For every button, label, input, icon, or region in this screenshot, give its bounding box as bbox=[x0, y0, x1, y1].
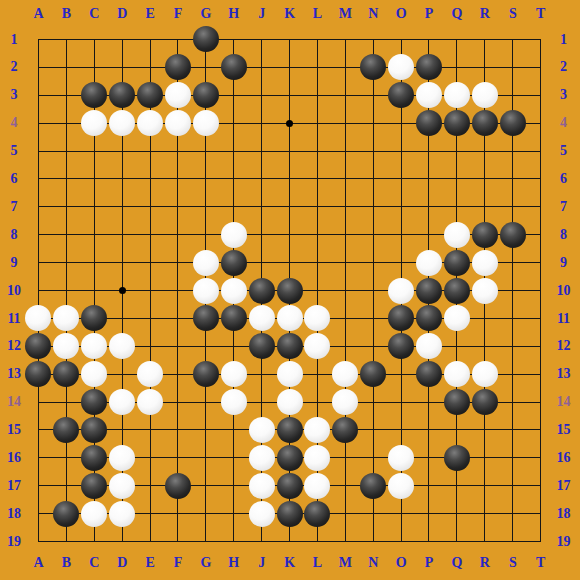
intersection-A11[interactable] bbox=[25, 304, 53, 332]
intersection-H7[interactable] bbox=[220, 193, 248, 221]
intersection-A14[interactable] bbox=[25, 388, 53, 416]
intersection-T14[interactable] bbox=[527, 388, 555, 416]
intersection-F12[interactable] bbox=[164, 332, 192, 360]
intersection-B9[interactable] bbox=[52, 249, 80, 277]
intersection-D9[interactable] bbox=[108, 249, 136, 277]
intersection-M12[interactable] bbox=[331, 332, 359, 360]
intersection-O9[interactable] bbox=[387, 249, 415, 277]
intersection-B5[interactable] bbox=[52, 137, 80, 165]
intersection-R3[interactable] bbox=[471, 81, 499, 109]
intersection-D4[interactable] bbox=[108, 109, 136, 137]
intersection-M18[interactable] bbox=[331, 500, 359, 528]
intersection-M11[interactable] bbox=[331, 304, 359, 332]
intersection-M7[interactable] bbox=[331, 193, 359, 221]
intersection-O19[interactable] bbox=[387, 528, 415, 556]
intersection-R7[interactable] bbox=[471, 193, 499, 221]
intersection-M19[interactable] bbox=[331, 528, 359, 556]
intersection-K11[interactable] bbox=[276, 304, 304, 332]
intersection-N15[interactable] bbox=[359, 416, 387, 444]
intersection-M17[interactable] bbox=[331, 472, 359, 500]
intersection-E13[interactable] bbox=[136, 360, 164, 388]
intersection-R11[interactable] bbox=[471, 304, 499, 332]
intersection-E2[interactable] bbox=[136, 53, 164, 81]
intersection-C12[interactable] bbox=[80, 332, 108, 360]
intersection-T13[interactable] bbox=[527, 360, 555, 388]
intersection-O14[interactable] bbox=[387, 388, 415, 416]
intersection-M1[interactable] bbox=[331, 26, 359, 54]
intersection-T12[interactable] bbox=[527, 332, 555, 360]
intersection-P8[interactable] bbox=[415, 221, 443, 249]
intersection-G17[interactable] bbox=[192, 472, 220, 500]
intersection-E17[interactable] bbox=[136, 472, 164, 500]
intersection-G3[interactable] bbox=[192, 81, 220, 109]
intersection-N6[interactable] bbox=[359, 165, 387, 193]
intersection-E12[interactable] bbox=[136, 332, 164, 360]
intersection-H10[interactable] bbox=[220, 277, 248, 305]
intersection-R15[interactable] bbox=[471, 416, 499, 444]
intersection-P5[interactable] bbox=[415, 137, 443, 165]
intersection-P10[interactable] bbox=[415, 277, 443, 305]
intersection-E18[interactable] bbox=[136, 500, 164, 528]
intersection-K10[interactable] bbox=[276, 277, 304, 305]
intersection-E7[interactable] bbox=[136, 193, 164, 221]
intersection-D14[interactable] bbox=[108, 388, 136, 416]
intersection-G14[interactable] bbox=[192, 388, 220, 416]
intersection-P13[interactable] bbox=[415, 360, 443, 388]
intersection-C7[interactable] bbox=[80, 193, 108, 221]
intersection-H18[interactable] bbox=[220, 500, 248, 528]
intersection-G1[interactable] bbox=[192, 26, 220, 54]
intersection-A7[interactable] bbox=[25, 193, 53, 221]
intersection-F9[interactable] bbox=[164, 249, 192, 277]
intersection-C17[interactable] bbox=[80, 472, 108, 500]
intersection-R16[interactable] bbox=[471, 444, 499, 472]
intersection-A10[interactable] bbox=[25, 277, 53, 305]
intersection-R5[interactable] bbox=[471, 137, 499, 165]
intersection-N5[interactable] bbox=[359, 137, 387, 165]
intersection-T19[interactable] bbox=[527, 528, 555, 556]
intersection-F17[interactable] bbox=[164, 472, 192, 500]
intersection-G11[interactable] bbox=[192, 304, 220, 332]
intersection-E16[interactable] bbox=[136, 444, 164, 472]
intersection-E9[interactable] bbox=[136, 249, 164, 277]
intersection-P11[interactable] bbox=[415, 304, 443, 332]
intersection-O11[interactable] bbox=[387, 304, 415, 332]
intersection-G15[interactable] bbox=[192, 416, 220, 444]
intersection-S2[interactable] bbox=[499, 53, 527, 81]
intersection-E4[interactable] bbox=[136, 109, 164, 137]
intersection-K9[interactable] bbox=[276, 249, 304, 277]
intersection-P4[interactable] bbox=[415, 109, 443, 137]
intersection-R2[interactable] bbox=[471, 53, 499, 81]
intersection-E3[interactable] bbox=[136, 81, 164, 109]
intersection-T15[interactable] bbox=[527, 416, 555, 444]
intersection-R18[interactable] bbox=[471, 500, 499, 528]
intersection-F10[interactable] bbox=[164, 277, 192, 305]
intersection-D13[interactable] bbox=[108, 360, 136, 388]
intersection-D1[interactable] bbox=[108, 26, 136, 54]
intersection-F16[interactable] bbox=[164, 444, 192, 472]
intersection-M13[interactable] bbox=[331, 360, 359, 388]
intersection-K1[interactable] bbox=[276, 26, 304, 54]
intersection-T16[interactable] bbox=[527, 444, 555, 472]
intersection-D17[interactable] bbox=[108, 472, 136, 500]
intersection-K6[interactable] bbox=[276, 165, 304, 193]
intersection-O5[interactable] bbox=[387, 137, 415, 165]
intersection-Q3[interactable] bbox=[443, 81, 471, 109]
intersection-A13[interactable] bbox=[25, 360, 53, 388]
intersection-Q5[interactable] bbox=[443, 137, 471, 165]
intersection-R12[interactable] bbox=[471, 332, 499, 360]
intersection-O16[interactable] bbox=[387, 444, 415, 472]
intersection-Q12[interactable] bbox=[443, 332, 471, 360]
intersection-N17[interactable] bbox=[359, 472, 387, 500]
intersection-F7[interactable] bbox=[164, 193, 192, 221]
intersection-G12[interactable] bbox=[192, 332, 220, 360]
intersection-L1[interactable] bbox=[303, 26, 331, 54]
intersection-J19[interactable] bbox=[248, 528, 276, 556]
intersection-P18[interactable] bbox=[415, 500, 443, 528]
intersection-K18[interactable] bbox=[276, 500, 304, 528]
intersection-T5[interactable] bbox=[527, 137, 555, 165]
intersection-Q2[interactable] bbox=[443, 53, 471, 81]
intersection-R9[interactable] bbox=[471, 249, 499, 277]
intersection-L2[interactable] bbox=[303, 53, 331, 81]
intersection-L11[interactable] bbox=[303, 304, 331, 332]
intersection-P19[interactable] bbox=[415, 528, 443, 556]
intersection-P15[interactable] bbox=[415, 416, 443, 444]
intersection-D5[interactable] bbox=[108, 137, 136, 165]
intersection-B2[interactable] bbox=[52, 53, 80, 81]
intersection-J16[interactable] bbox=[248, 444, 276, 472]
intersection-C10[interactable] bbox=[80, 277, 108, 305]
intersection-Q10[interactable] bbox=[443, 277, 471, 305]
intersection-A6[interactable] bbox=[25, 165, 53, 193]
intersection-O4[interactable] bbox=[387, 109, 415, 137]
intersection-G6[interactable] bbox=[192, 165, 220, 193]
intersection-A8[interactable] bbox=[25, 221, 53, 249]
intersection-J7[interactable] bbox=[248, 193, 276, 221]
intersection-M16[interactable] bbox=[331, 444, 359, 472]
intersection-R8[interactable] bbox=[471, 221, 499, 249]
intersection-B6[interactable] bbox=[52, 165, 80, 193]
intersection-J8[interactable] bbox=[248, 221, 276, 249]
intersection-B15[interactable] bbox=[52, 416, 80, 444]
intersection-F15[interactable] bbox=[164, 416, 192, 444]
intersection-D3[interactable] bbox=[108, 81, 136, 109]
intersection-J17[interactable] bbox=[248, 472, 276, 500]
intersection-M4[interactable] bbox=[331, 109, 359, 137]
intersection-O15[interactable] bbox=[387, 416, 415, 444]
intersection-H8[interactable] bbox=[220, 221, 248, 249]
intersection-D12[interactable] bbox=[108, 332, 136, 360]
intersection-L14[interactable] bbox=[303, 388, 331, 416]
intersection-K5[interactable] bbox=[276, 137, 304, 165]
intersection-D7[interactable] bbox=[108, 193, 136, 221]
intersection-H13[interactable] bbox=[220, 360, 248, 388]
intersection-C1[interactable] bbox=[80, 26, 108, 54]
intersection-A16[interactable] bbox=[25, 444, 53, 472]
intersection-B1[interactable] bbox=[52, 26, 80, 54]
intersection-B10[interactable] bbox=[52, 277, 80, 305]
intersection-C5[interactable] bbox=[80, 137, 108, 165]
intersection-F3[interactable] bbox=[164, 81, 192, 109]
intersection-R1[interactable] bbox=[471, 26, 499, 54]
intersection-S16[interactable] bbox=[499, 444, 527, 472]
intersection-B19[interactable] bbox=[52, 528, 80, 556]
intersection-J14[interactable] bbox=[248, 388, 276, 416]
intersection-K2[interactable] bbox=[276, 53, 304, 81]
intersection-C19[interactable] bbox=[80, 528, 108, 556]
intersection-D8[interactable] bbox=[108, 221, 136, 249]
intersection-Q6[interactable] bbox=[443, 165, 471, 193]
intersection-E8[interactable] bbox=[136, 221, 164, 249]
intersection-Q13[interactable] bbox=[443, 360, 471, 388]
intersection-A12[interactable] bbox=[25, 332, 53, 360]
intersection-Q15[interactable] bbox=[443, 416, 471, 444]
intersection-L9[interactable] bbox=[303, 249, 331, 277]
intersection-G18[interactable] bbox=[192, 500, 220, 528]
intersection-B13[interactable] bbox=[52, 360, 80, 388]
intersection-S4[interactable] bbox=[499, 109, 527, 137]
intersection-S3[interactable] bbox=[499, 81, 527, 109]
intersection-K4[interactable] bbox=[276, 109, 304, 137]
intersection-B3[interactable] bbox=[52, 81, 80, 109]
intersection-O10[interactable] bbox=[387, 277, 415, 305]
intersection-R10[interactable] bbox=[471, 277, 499, 305]
intersection-D11[interactable] bbox=[108, 304, 136, 332]
intersection-R6[interactable] bbox=[471, 165, 499, 193]
intersection-H3[interactable] bbox=[220, 81, 248, 109]
intersection-L5[interactable] bbox=[303, 137, 331, 165]
intersection-D16[interactable] bbox=[108, 444, 136, 472]
intersection-L18[interactable] bbox=[303, 500, 331, 528]
intersection-F2[interactable] bbox=[164, 53, 192, 81]
intersection-K17[interactable] bbox=[276, 472, 304, 500]
intersection-B17[interactable] bbox=[52, 472, 80, 500]
intersection-N3[interactable] bbox=[359, 81, 387, 109]
intersection-H9[interactable] bbox=[220, 249, 248, 277]
intersection-A3[interactable] bbox=[25, 81, 53, 109]
intersection-C18[interactable] bbox=[80, 500, 108, 528]
intersection-L8[interactable] bbox=[303, 221, 331, 249]
intersection-N14[interactable] bbox=[359, 388, 387, 416]
intersection-S13[interactable] bbox=[499, 360, 527, 388]
intersection-E1[interactable] bbox=[136, 26, 164, 54]
intersection-K3[interactable] bbox=[276, 81, 304, 109]
intersection-L15[interactable] bbox=[303, 416, 331, 444]
intersection-P6[interactable] bbox=[415, 165, 443, 193]
intersection-O2[interactable] bbox=[387, 53, 415, 81]
intersection-G19[interactable] bbox=[192, 528, 220, 556]
intersection-S12[interactable] bbox=[499, 332, 527, 360]
intersection-L10[interactable] bbox=[303, 277, 331, 305]
intersection-N1[interactable] bbox=[359, 26, 387, 54]
intersection-B12[interactable] bbox=[52, 332, 80, 360]
intersection-S17[interactable] bbox=[499, 472, 527, 500]
intersection-S19[interactable] bbox=[499, 528, 527, 556]
intersection-T18[interactable] bbox=[527, 500, 555, 528]
intersection-G7[interactable] bbox=[192, 193, 220, 221]
intersection-H16[interactable] bbox=[220, 444, 248, 472]
intersection-J3[interactable] bbox=[248, 81, 276, 109]
intersection-J6[interactable] bbox=[248, 165, 276, 193]
intersection-P7[interactable] bbox=[415, 193, 443, 221]
intersection-Q1[interactable] bbox=[443, 26, 471, 54]
intersection-H6[interactable] bbox=[220, 165, 248, 193]
intersection-T1[interactable] bbox=[527, 26, 555, 54]
intersection-A19[interactable] bbox=[25, 528, 53, 556]
intersection-Q16[interactable] bbox=[443, 444, 471, 472]
intersection-Q19[interactable] bbox=[443, 528, 471, 556]
intersection-A2[interactable] bbox=[25, 53, 53, 81]
intersection-C16[interactable] bbox=[80, 444, 108, 472]
intersection-J11[interactable] bbox=[248, 304, 276, 332]
intersection-S18[interactable] bbox=[499, 500, 527, 528]
intersection-Q17[interactable] bbox=[443, 472, 471, 500]
intersection-G13[interactable] bbox=[192, 360, 220, 388]
intersection-Q18[interactable] bbox=[443, 500, 471, 528]
intersection-C4[interactable] bbox=[80, 109, 108, 137]
intersection-B7[interactable] bbox=[52, 193, 80, 221]
intersection-O1[interactable] bbox=[387, 26, 415, 54]
intersection-S1[interactable] bbox=[499, 26, 527, 54]
intersection-E11[interactable] bbox=[136, 304, 164, 332]
intersection-F5[interactable] bbox=[164, 137, 192, 165]
intersection-P12[interactable] bbox=[415, 332, 443, 360]
intersection-F18[interactable] bbox=[164, 500, 192, 528]
intersection-N2[interactable] bbox=[359, 53, 387, 81]
intersection-L13[interactable] bbox=[303, 360, 331, 388]
intersection-C11[interactable] bbox=[80, 304, 108, 332]
intersection-M14[interactable] bbox=[331, 388, 359, 416]
intersection-M3[interactable] bbox=[331, 81, 359, 109]
intersection-L19[interactable] bbox=[303, 528, 331, 556]
intersection-O17[interactable] bbox=[387, 472, 415, 500]
intersection-T4[interactable] bbox=[527, 109, 555, 137]
intersection-Q8[interactable] bbox=[443, 221, 471, 249]
intersection-F1[interactable] bbox=[164, 26, 192, 54]
intersection-Q4[interactable] bbox=[443, 109, 471, 137]
intersection-E14[interactable] bbox=[136, 388, 164, 416]
intersection-M5[interactable] bbox=[331, 137, 359, 165]
intersection-G2[interactable] bbox=[192, 53, 220, 81]
intersection-H5[interactable] bbox=[220, 137, 248, 165]
intersection-T10[interactable] bbox=[527, 277, 555, 305]
intersection-D18[interactable] bbox=[108, 500, 136, 528]
intersection-P1[interactable] bbox=[415, 26, 443, 54]
intersection-O8[interactable] bbox=[387, 221, 415, 249]
intersection-S10[interactable] bbox=[499, 277, 527, 305]
intersection-A5[interactable] bbox=[25, 137, 53, 165]
intersection-A4[interactable] bbox=[25, 109, 53, 137]
intersection-G9[interactable] bbox=[192, 249, 220, 277]
intersection-G16[interactable] bbox=[192, 444, 220, 472]
intersection-J13[interactable] bbox=[248, 360, 276, 388]
intersection-K12[interactable] bbox=[276, 332, 304, 360]
intersection-T6[interactable] bbox=[527, 165, 555, 193]
intersection-H2[interactable] bbox=[220, 53, 248, 81]
intersection-F19[interactable] bbox=[164, 528, 192, 556]
intersection-M10[interactable] bbox=[331, 277, 359, 305]
intersection-A15[interactable] bbox=[25, 416, 53, 444]
intersection-K13[interactable] bbox=[276, 360, 304, 388]
intersection-N19[interactable] bbox=[359, 528, 387, 556]
intersection-L3[interactable] bbox=[303, 81, 331, 109]
intersection-K14[interactable] bbox=[276, 388, 304, 416]
intersection-S7[interactable] bbox=[499, 193, 527, 221]
intersection-C9[interactable] bbox=[80, 249, 108, 277]
intersection-M8[interactable] bbox=[331, 221, 359, 249]
intersection-O12[interactable] bbox=[387, 332, 415, 360]
intersection-N12[interactable] bbox=[359, 332, 387, 360]
intersection-F14[interactable] bbox=[164, 388, 192, 416]
intersection-O18[interactable] bbox=[387, 500, 415, 528]
intersection-E10[interactable] bbox=[136, 277, 164, 305]
intersection-K16[interactable] bbox=[276, 444, 304, 472]
intersection-D10[interactable] bbox=[108, 277, 136, 305]
intersection-P2[interactable] bbox=[415, 53, 443, 81]
intersection-L12[interactable] bbox=[303, 332, 331, 360]
intersection-G5[interactable] bbox=[192, 137, 220, 165]
intersection-D6[interactable] bbox=[108, 165, 136, 193]
intersection-Q7[interactable] bbox=[443, 193, 471, 221]
intersection-R19[interactable] bbox=[471, 528, 499, 556]
intersection-Q9[interactable] bbox=[443, 249, 471, 277]
intersection-S14[interactable] bbox=[499, 388, 527, 416]
intersection-C6[interactable] bbox=[80, 165, 108, 193]
intersection-H19[interactable] bbox=[220, 528, 248, 556]
intersection-H14[interactable] bbox=[220, 388, 248, 416]
intersection-J18[interactable] bbox=[248, 500, 276, 528]
intersection-K15[interactable] bbox=[276, 416, 304, 444]
intersection-P3[interactable] bbox=[415, 81, 443, 109]
intersection-B4[interactable] bbox=[52, 109, 80, 137]
intersection-S8[interactable] bbox=[499, 221, 527, 249]
intersection-P16[interactable] bbox=[415, 444, 443, 472]
intersection-L16[interactable] bbox=[303, 444, 331, 472]
intersection-E6[interactable] bbox=[136, 165, 164, 193]
intersection-O6[interactable] bbox=[387, 165, 415, 193]
intersection-P9[interactable] bbox=[415, 249, 443, 277]
intersection-S5[interactable] bbox=[499, 137, 527, 165]
intersection-N18[interactable] bbox=[359, 500, 387, 528]
intersection-N9[interactable] bbox=[359, 249, 387, 277]
intersection-K19[interactable] bbox=[276, 528, 304, 556]
intersection-O13[interactable] bbox=[387, 360, 415, 388]
intersection-C13[interactable] bbox=[80, 360, 108, 388]
intersection-H4[interactable] bbox=[220, 109, 248, 137]
intersection-H11[interactable] bbox=[220, 304, 248, 332]
intersection-N4[interactable] bbox=[359, 109, 387, 137]
intersection-C15[interactable] bbox=[80, 416, 108, 444]
intersection-F6[interactable] bbox=[164, 165, 192, 193]
intersection-L17[interactable] bbox=[303, 472, 331, 500]
intersection-D2[interactable] bbox=[108, 53, 136, 81]
intersection-E19[interactable] bbox=[136, 528, 164, 556]
intersection-N7[interactable] bbox=[359, 193, 387, 221]
intersection-T17[interactable] bbox=[527, 472, 555, 500]
intersection-T11[interactable] bbox=[527, 304, 555, 332]
intersection-C8[interactable] bbox=[80, 221, 108, 249]
intersection-F4[interactable] bbox=[164, 109, 192, 137]
intersection-A18[interactable] bbox=[25, 500, 53, 528]
intersection-J2[interactable] bbox=[248, 53, 276, 81]
intersection-E5[interactable] bbox=[136, 137, 164, 165]
intersection-P17[interactable] bbox=[415, 472, 443, 500]
intersection-S11[interactable] bbox=[499, 304, 527, 332]
intersection-Q14[interactable] bbox=[443, 388, 471, 416]
